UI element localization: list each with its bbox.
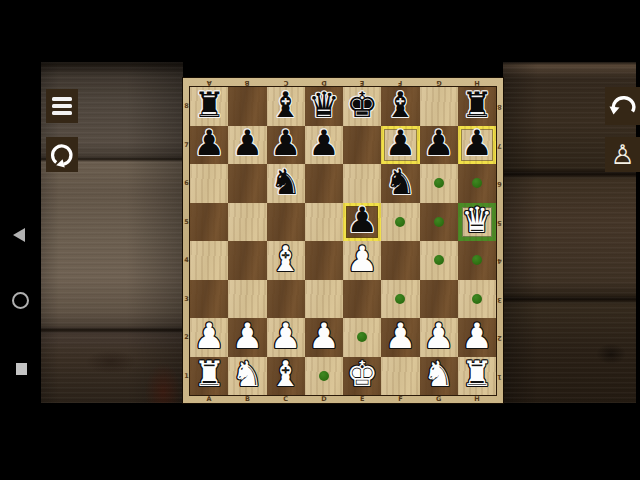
file-label-bottom-d: D bbox=[305, 395, 343, 403]
square-g7[interactable]: ♟ bbox=[420, 126, 458, 165]
piece-black-knight: ♞ bbox=[385, 165, 416, 200]
square-c2[interactable]: ♟ bbox=[267, 318, 305, 357]
piece-white-bishop: ♝ bbox=[270, 242, 301, 277]
piece-black-rook: ♜ bbox=[461, 88, 492, 123]
file-label-bottom-e: E bbox=[343, 395, 381, 403]
square-d8[interactable]: ♛ bbox=[305, 87, 343, 126]
square-h8[interactable]: ♜ bbox=[458, 87, 496, 126]
rank-label-left-5: 5 bbox=[183, 203, 190, 242]
file-labels-bottom: ABCDEFGH bbox=[190, 395, 496, 403]
piece-black-queen: ♛ bbox=[308, 88, 339, 123]
square-g8[interactable] bbox=[420, 87, 458, 126]
rank-label-right-5: 5 bbox=[496, 203, 503, 242]
rank-label-left-8: 8 bbox=[183, 87, 190, 126]
square-d3[interactable] bbox=[305, 280, 343, 319]
square-g6[interactable] bbox=[420, 164, 458, 203]
square-b7[interactable]: ♟ bbox=[228, 126, 266, 165]
file-label-top-g: G bbox=[420, 78, 458, 87]
piece-black-pawn: ♟ bbox=[423, 126, 454, 161]
rank-label-left-2: 2 bbox=[183, 318, 190, 357]
piece-white-pawn: ♟ bbox=[193, 319, 224, 354]
square-h7[interactable]: ♟ bbox=[458, 126, 496, 165]
piece-black-pawn: ♟ bbox=[232, 126, 263, 161]
rotate-icon bbox=[49, 142, 75, 168]
square-g1[interactable]: ♞ bbox=[420, 357, 458, 396]
file-label-bottom-c: C bbox=[267, 395, 305, 403]
square-g5[interactable] bbox=[420, 203, 458, 242]
piece-black-pawn: ♟ bbox=[346, 203, 377, 238]
square-h3[interactable] bbox=[458, 280, 496, 319]
square-c5[interactable] bbox=[267, 203, 305, 242]
square-a7[interactable]: ♟ bbox=[190, 126, 228, 165]
rank-label-left-7: 7 bbox=[183, 126, 190, 165]
square-e3[interactable] bbox=[343, 280, 381, 319]
piece-black-pawn: ♟ bbox=[461, 126, 492, 161]
square-e7[interactable] bbox=[343, 126, 381, 165]
square-c7[interactable]: ♟ bbox=[267, 126, 305, 165]
piece-black-bishop: ♝ bbox=[385, 88, 416, 123]
square-e4[interactable]: ♟ bbox=[343, 241, 381, 280]
piece-white-knight: ♞ bbox=[423, 357, 454, 392]
file-label-top-b: B bbox=[228, 78, 266, 87]
legal-move-dot[interactable] bbox=[395, 294, 405, 304]
square-e6[interactable] bbox=[343, 164, 381, 203]
piece-black-pawn: ♟ bbox=[308, 126, 339, 161]
square-f8[interactable]: ♝ bbox=[381, 87, 419, 126]
square-h4[interactable] bbox=[458, 241, 496, 280]
legal-move-dot[interactable] bbox=[395, 217, 405, 227]
piece-black-bishop: ♝ bbox=[270, 88, 301, 123]
rank-labels-right: 87654321 bbox=[496, 87, 503, 395]
piece-white-queen: ♛ bbox=[461, 203, 492, 238]
rank-label-right-6: 6 bbox=[496, 164, 503, 203]
square-b4[interactable] bbox=[228, 241, 266, 280]
piece-white-rook: ♜ bbox=[193, 357, 224, 392]
square-f2[interactable]: ♟ bbox=[381, 318, 419, 357]
board-grid: ♜♝♛♚♝♜♟♟♟♟♟♟♟♞♞♟♛♝♟♟♟♟♟♟♟♟♜♞♝♚♞♜ bbox=[190, 87, 496, 395]
piece-white-rook: ♜ bbox=[461, 357, 492, 392]
rank-label-left-1: 1 bbox=[183, 357, 190, 396]
pawn-icon: ♙ bbox=[610, 141, 634, 168]
square-a3[interactable] bbox=[190, 280, 228, 319]
square-h1[interactable]: ♜ bbox=[458, 357, 496, 396]
legal-move-dot[interactable] bbox=[472, 294, 482, 304]
piece-white-knight: ♞ bbox=[232, 357, 263, 392]
square-g3[interactable] bbox=[420, 280, 458, 319]
square-c6[interactable]: ♞ bbox=[267, 164, 305, 203]
square-f5[interactable] bbox=[381, 203, 419, 242]
square-b1[interactable]: ♞ bbox=[228, 357, 266, 396]
square-f4[interactable] bbox=[381, 241, 419, 280]
piece-white-pawn: ♟ bbox=[270, 319, 301, 354]
piece-white-pawn: ♟ bbox=[232, 319, 263, 354]
square-d4[interactable] bbox=[305, 241, 343, 280]
rank-label-right-3: 3 bbox=[496, 280, 503, 319]
square-f7[interactable]: ♟ bbox=[381, 126, 419, 165]
legal-move-dot[interactable] bbox=[357, 332, 367, 342]
piece-white-bishop: ♝ bbox=[270, 357, 301, 392]
square-g4[interactable] bbox=[420, 241, 458, 280]
square-a6[interactable] bbox=[190, 164, 228, 203]
square-c8[interactable]: ♝ bbox=[267, 87, 305, 126]
android-nav-bar bbox=[0, 62, 41, 403]
square-a5[interactable] bbox=[190, 203, 228, 242]
hamburger-icon bbox=[52, 97, 72, 101]
rank-label-left-4: 4 bbox=[183, 241, 190, 280]
chess-board: ABCDEFGH ABCDEFGH 87654321 87654321 ♜♝♛♚… bbox=[183, 78, 503, 403]
piece-white-pawn: ♟ bbox=[461, 319, 492, 354]
rank-label-right-2: 2 bbox=[496, 318, 503, 357]
piece-black-pawn: ♟ bbox=[385, 126, 416, 161]
legal-move-dot[interactable] bbox=[434, 255, 444, 265]
square-h6[interactable] bbox=[458, 164, 496, 203]
square-h2[interactable]: ♟ bbox=[458, 318, 496, 357]
square-b8[interactable] bbox=[228, 87, 266, 126]
menu-button[interactable] bbox=[46, 89, 78, 123]
square-f3[interactable] bbox=[381, 280, 419, 319]
recents-icon[interactable] bbox=[16, 363, 27, 375]
legal-move-dot[interactable] bbox=[434, 217, 444, 227]
square-d1[interactable] bbox=[305, 357, 343, 396]
square-d5[interactable] bbox=[305, 203, 343, 242]
rank-label-right-8: 8 bbox=[496, 87, 503, 126]
square-a8[interactable]: ♜ bbox=[190, 87, 228, 126]
square-b6[interactable] bbox=[228, 164, 266, 203]
piece-white-king: ♚ bbox=[346, 357, 377, 392]
square-b3[interactable] bbox=[228, 280, 266, 319]
piece-black-pawn: ♟ bbox=[270, 126, 301, 161]
legal-move-dot[interactable] bbox=[319, 371, 329, 381]
file-labels-top: ABCDEFGH bbox=[190, 78, 496, 87]
square-e2[interactable] bbox=[343, 318, 381, 357]
square-e1[interactable]: ♚ bbox=[343, 357, 381, 396]
piece-black-king: ♚ bbox=[346, 88, 377, 123]
square-e5[interactable]: ♟ bbox=[343, 203, 381, 242]
file-label-bottom-a: A bbox=[190, 395, 228, 403]
legal-move-dot[interactable] bbox=[472, 255, 482, 265]
legal-move-dot[interactable] bbox=[472, 178, 482, 188]
square-f1[interactable] bbox=[381, 357, 419, 396]
home-icon[interactable] bbox=[12, 292, 29, 309]
square-d2[interactable]: ♟ bbox=[305, 318, 343, 357]
square-c4[interactable]: ♝ bbox=[267, 241, 305, 280]
square-g2[interactable]: ♟ bbox=[420, 318, 458, 357]
single-player-button[interactable]: ♙ bbox=[605, 137, 640, 172]
piece-white-pawn: ♟ bbox=[346, 242, 377, 277]
rank-labels-left: 87654321 bbox=[183, 87, 190, 395]
square-a1[interactable]: ♜ bbox=[190, 357, 228, 396]
piece-white-pawn: ♟ bbox=[423, 319, 454, 354]
rank-label-left-6: 6 bbox=[183, 164, 190, 203]
rank-label-right-4: 4 bbox=[496, 241, 503, 280]
square-h5[interactable]: ♛ bbox=[458, 203, 496, 242]
legal-move-dot[interactable] bbox=[434, 178, 444, 188]
square-c3[interactable] bbox=[267, 280, 305, 319]
rank-label-right-7: 7 bbox=[496, 126, 503, 165]
piece-black-rook: ♜ bbox=[193, 88, 224, 123]
rank-label-right-1: 1 bbox=[496, 357, 503, 396]
rank-label-left-3: 3 bbox=[183, 280, 190, 319]
piece-white-pawn: ♟ bbox=[308, 319, 339, 354]
square-a2[interactable]: ♟ bbox=[190, 318, 228, 357]
undo-icon bbox=[609, 93, 637, 119]
square-f6[interactable]: ♞ bbox=[381, 164, 419, 203]
piece-black-knight: ♞ bbox=[270, 165, 301, 200]
file-label-bottom-b: B bbox=[228, 395, 266, 403]
undo-button[interactable] bbox=[605, 87, 640, 125]
file-label-bottom-f: F bbox=[381, 395, 419, 403]
piece-black-pawn: ♟ bbox=[193, 126, 224, 161]
chess-app-screen: { "game": "chess", "position": { "fen": … bbox=[0, 0, 640, 480]
file-label-bottom-g: G bbox=[420, 395, 458, 403]
piece-white-pawn: ♟ bbox=[385, 319, 416, 354]
square-a4[interactable] bbox=[190, 241, 228, 280]
square-b5[interactable] bbox=[228, 203, 266, 242]
square-c1[interactable]: ♝ bbox=[267, 357, 305, 396]
square-b2[interactable]: ♟ bbox=[228, 318, 266, 357]
square-d7[interactable]: ♟ bbox=[305, 126, 343, 165]
square-d6[interactable] bbox=[305, 164, 343, 203]
rotate-board-button[interactable] bbox=[46, 137, 78, 172]
back-icon[interactable] bbox=[13, 228, 25, 242]
square-e8[interactable]: ♚ bbox=[343, 87, 381, 126]
file-label-bottom-h: H bbox=[458, 395, 496, 403]
